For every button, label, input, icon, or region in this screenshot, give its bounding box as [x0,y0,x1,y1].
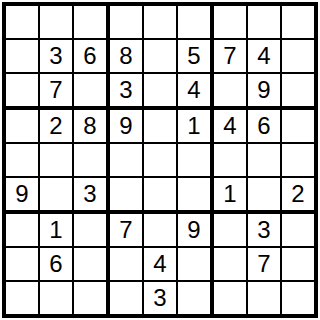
cell-r4c2: 2 [40,110,74,144]
cell-r5c8[interactable] [248,144,282,178]
cell-r6c2[interactable] [40,178,74,214]
cell-r9c6[interactable] [178,282,214,314]
cell-r1c2[interactable] [40,6,74,40]
cell-r3c9[interactable] [282,74,314,110]
cell-r9c1[interactable] [6,282,40,314]
cell-r8c8: 7 [248,248,282,282]
cell-r4c7: 4 [214,110,248,144]
cell-r9c5: 3 [144,282,178,314]
cell-r7c6: 9 [178,214,214,248]
cell-r5c2[interactable] [40,144,74,178]
cell-r8c1[interactable] [6,248,40,282]
cell-r9c8[interactable] [248,282,282,314]
cell-r1c9[interactable] [282,6,314,40]
cell-r2c8: 4 [248,40,282,74]
cell-r8c5: 4 [144,248,178,282]
cell-r5c5[interactable] [144,144,178,178]
cell-r3c1[interactable] [6,74,40,110]
cell-r9c3[interactable] [74,282,110,314]
cell-r2c4: 8 [110,40,144,74]
cell-r6c6[interactable] [178,178,214,214]
cell-r8c7[interactable] [214,248,248,282]
cell-r2c1[interactable] [6,40,40,74]
cell-r9c4[interactable] [110,282,144,314]
cell-r8c2: 6 [40,248,74,282]
cell-r4c3: 8 [74,110,110,144]
cell-r2c5[interactable] [144,40,178,74]
cell-r5c3[interactable] [74,144,110,178]
cell-r7c7[interactable] [214,214,248,248]
cell-r3c4: 3 [110,74,144,110]
cell-r7c3[interactable] [74,214,110,248]
cell-r7c1[interactable] [6,214,40,248]
cell-r7c9[interactable] [282,214,314,248]
cell-r1c7[interactable] [214,6,248,40]
cell-r1c6[interactable] [178,6,214,40]
cell-r1c5[interactable] [144,6,178,40]
cell-r7c8: 3 [248,214,282,248]
cell-r2c7: 7 [214,40,248,74]
cell-r2c2: 3 [40,40,74,74]
cell-r9c7[interactable] [214,282,248,314]
cell-r6c7: 1 [214,178,248,214]
cell-r6c5[interactable] [144,178,178,214]
sudoku-board: 3685747349289146931217936473 [2,2,318,318]
cell-r9c9[interactable] [282,282,314,314]
cell-r5c1[interactable] [6,144,40,178]
cell-r3c2: 7 [40,74,74,110]
cell-r5c4[interactable] [110,144,144,178]
cell-r4c9[interactable] [282,110,314,144]
cell-r8c3[interactable] [74,248,110,282]
cell-r3c7[interactable] [214,74,248,110]
cell-r6c1: 9 [6,178,40,214]
cell-r6c9: 2 [282,178,314,214]
cell-r7c5[interactable] [144,214,178,248]
cell-r7c2: 1 [40,214,74,248]
sudoku-page: 3685747349289146931217936473 [0,0,320,320]
cell-r8c9[interactable] [282,248,314,282]
cell-r4c1[interactable] [6,110,40,144]
cell-r5c6[interactable] [178,144,214,178]
cell-r7c4: 7 [110,214,144,248]
cell-r6c8[interactable] [248,178,282,214]
cell-r3c5[interactable] [144,74,178,110]
cell-r3c8: 9 [248,74,282,110]
cell-r8c6[interactable] [178,248,214,282]
cell-r9c2[interactable] [40,282,74,314]
cell-r8c4[interactable] [110,248,144,282]
cell-r5c7[interactable] [214,144,248,178]
cell-r6c4[interactable] [110,178,144,214]
cell-r4c4: 9 [110,110,144,144]
cell-r2c9[interactable] [282,40,314,74]
cell-r2c6: 5 [178,40,214,74]
cell-r1c3[interactable] [74,6,110,40]
cell-r1c4[interactable] [110,6,144,40]
cell-r5c9[interactable] [282,144,314,178]
cell-r1c8[interactable] [248,6,282,40]
cell-r4c5[interactable] [144,110,178,144]
cell-r2c3: 6 [74,40,110,74]
cell-r3c6: 4 [178,74,214,110]
cell-r4c8: 6 [248,110,282,144]
cell-r6c3: 3 [74,178,110,214]
cell-r1c1[interactable] [6,6,40,40]
cell-r4c6: 1 [178,110,214,144]
cell-r3c3[interactable] [74,74,110,110]
